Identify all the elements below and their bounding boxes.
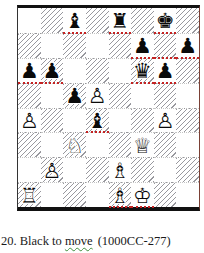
black-bishop-d4: ♝ [88, 111, 107, 132]
square-b5 [41, 83, 64, 108]
square-f7: ♟ [131, 33, 154, 58]
square-d3 [86, 132, 109, 157]
square-b4 [41, 108, 64, 133]
square-f1: ♔ [131, 182, 154, 207]
white-king-f1: ♔ [133, 186, 152, 207]
square-e8: ♜ [109, 8, 132, 33]
square-c6 [63, 58, 86, 83]
white-pawn-a4: ♙ [20, 111, 39, 132]
square-b1 [41, 182, 64, 207]
square-g6: ♟ [154, 58, 177, 83]
square-e3 [109, 132, 132, 157]
square-f2 [131, 157, 154, 182]
square-a8 [18, 8, 41, 33]
square-h3 [176, 132, 199, 157]
square-c4 [63, 108, 86, 133]
square-g3 [154, 132, 177, 157]
white-pawn-d5: ♙ [88, 86, 107, 107]
square-e2: ♗ [109, 157, 132, 182]
square-c2 [63, 157, 86, 182]
chess-board-frame: ♝♜♚♟♟♟♟♛♟♟♙♙♝♙♘♕♙♗♖♗♔ [17, 5, 200, 211]
square-d1 [86, 182, 109, 207]
square-e4 [109, 108, 132, 133]
black-pawn-h7: ♟ [178, 36, 197, 57]
white-bishop-e1: ♗ [110, 186, 129, 207]
square-a2 [18, 157, 41, 182]
caption-puzzle-id: (1000CC-277) [98, 234, 171, 248]
white-pawn-g4: ♙ [156, 111, 175, 132]
square-e5 [109, 83, 132, 108]
square-g5 [154, 83, 177, 108]
white-bishop-e2: ♗ [110, 161, 129, 182]
square-a3 [18, 132, 41, 157]
black-pawn-g6: ♟ [156, 61, 175, 82]
black-pawn-c5: ♟ [65, 86, 84, 107]
square-g8: ♚ [154, 8, 177, 33]
caption-word-move: move [65, 234, 93, 248]
square-b8 [41, 8, 64, 33]
white-queen-f3: ♕ [133, 136, 152, 157]
diagram-caption: 20. Black to move(1000CC-277) [1, 234, 203, 249]
square-d6 [86, 58, 109, 83]
square-c7 [63, 33, 86, 58]
square-g7 [154, 33, 177, 58]
square-h2 [176, 157, 199, 182]
square-c8: ♝ [63, 8, 86, 33]
square-e1: ♗ [109, 182, 132, 207]
square-h4 [176, 108, 199, 133]
square-c5: ♟ [63, 83, 86, 108]
black-pawn-b6: ♟ [43, 61, 62, 82]
square-d4: ♝ [86, 108, 109, 133]
square-f3: ♕ [131, 132, 154, 157]
square-b2: ♙ [41, 157, 64, 182]
white-knight-c3: ♘ [65, 136, 84, 157]
square-h5 [176, 83, 199, 108]
square-a4: ♙ [18, 108, 41, 133]
square-h7: ♟ [176, 33, 199, 58]
square-h1 [176, 182, 199, 207]
square-d5: ♙ [86, 83, 109, 108]
square-a6: ♟ [18, 58, 41, 83]
square-f8 [131, 8, 154, 33]
square-g4: ♙ [154, 108, 177, 133]
square-g1 [154, 182, 177, 207]
square-a5 [18, 83, 41, 108]
black-bishop-c8: ♝ [65, 11, 84, 32]
black-king-g8: ♚ [156, 11, 175, 32]
white-pawn-b2: ♙ [43, 161, 62, 182]
square-f4 [131, 108, 154, 133]
black-queen-f6: ♛ [133, 61, 152, 82]
square-a1: ♖ [18, 182, 41, 207]
square-g2 [154, 157, 177, 182]
square-d2 [86, 157, 109, 182]
square-b6: ♟ [41, 58, 64, 83]
square-b7 [41, 33, 64, 58]
square-f5 [131, 83, 154, 108]
square-f6: ♛ [131, 58, 154, 83]
square-d8 [86, 8, 109, 33]
square-e7 [109, 33, 132, 58]
caption-prefix: 20. Black to [1, 234, 65, 248]
black-pawn-f7: ♟ [133, 36, 152, 57]
square-a7 [18, 33, 41, 58]
square-c1 [63, 182, 86, 207]
square-h8 [176, 8, 199, 33]
square-b3 [41, 132, 64, 157]
square-h6 [176, 58, 199, 83]
black-pawn-a6: ♟ [20, 61, 39, 82]
square-c3: ♘ [63, 132, 86, 157]
chess-board: ♝♜♚♟♟♟♟♛♟♟♙♙♝♙♘♕♙♗♖♗♔ [18, 8, 199, 207]
white-rook-a1: ♖ [20, 186, 39, 207]
square-d7 [86, 33, 109, 58]
square-e6 [109, 58, 132, 83]
black-rook-e8: ♜ [110, 11, 129, 32]
